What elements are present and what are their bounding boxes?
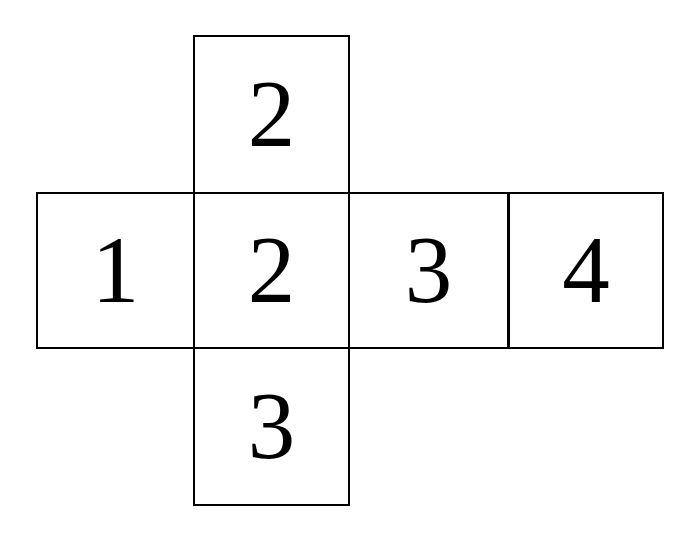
cell-label: 1 [92,223,140,318]
figure-canvas: 2 1 2 3 4 3 [0,0,700,544]
net-cell-middle-3: 3 [350,192,507,349]
cell-label: 2 [248,67,296,162]
net-cell-middle-4: 4 [507,192,664,349]
net-cell-middle-1: 1 [36,192,193,349]
net-cell-bottom: 3 [193,349,350,506]
net-cell-top: 2 [193,35,350,192]
cell-label: 4 [562,223,610,318]
net-cell-middle-2: 2 [193,192,350,349]
cell-label: 2 [248,223,296,318]
cell-label: 3 [248,379,296,474]
cube-net-board: 2 1 2 3 4 3 [36,35,664,506]
cell-label: 3 [405,223,453,318]
